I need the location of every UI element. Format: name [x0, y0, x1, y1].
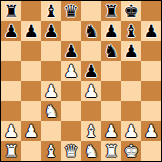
square-g1[interactable]: ♚ — [121, 141, 141, 161]
square-c1[interactable]: ♝ — [41, 141, 61, 161]
square-e5[interactable]: ♟ — [81, 61, 101, 81]
square-a1[interactable]: ♜ — [1, 141, 21, 161]
white-pawn-piece[interactable]: ♟ — [143, 121, 158, 141]
white-pawn-piece[interactable]: ♟ — [83, 81, 98, 101]
square-b2[interactable]: ♟ — [21, 121, 41, 141]
square-h7[interactable]: ♟ — [141, 21, 161, 41]
black-bishop-piece[interactable]: ♝ — [123, 21, 138, 41]
square-c5[interactable] — [41, 61, 61, 81]
square-f2[interactable]: ♟ — [101, 121, 121, 141]
square-a3[interactable] — [1, 101, 21, 121]
square-g5[interactable] — [121, 61, 141, 81]
square-a5[interactable] — [1, 61, 21, 81]
square-b5[interactable] — [21, 61, 41, 81]
square-g8[interactable]: ♚ — [121, 1, 141, 21]
black-queen-piece[interactable]: ♛ — [63, 1, 78, 21]
square-g6[interactable]: ♟ — [121, 41, 141, 61]
square-d2[interactable] — [61, 121, 81, 141]
square-h8[interactable] — [141, 1, 161, 21]
square-f5[interactable] — [101, 61, 121, 81]
black-king-piece[interactable]: ♚ — [123, 1, 138, 21]
square-h3[interactable] — [141, 101, 161, 121]
square-e2[interactable]: ♝ — [81, 121, 101, 141]
square-e6[interactable] — [81, 41, 101, 61]
square-a4[interactable] — [1, 81, 21, 101]
square-a8[interactable]: ♜ — [1, 1, 21, 21]
square-e7[interactable]: ♞ — [81, 21, 101, 41]
square-c8[interactable]: ♝ — [41, 1, 61, 21]
black-pawn-piece[interactable]: ♟ — [3, 21, 18, 41]
square-c3[interactable]: ♞ — [41, 101, 61, 121]
black-rook-piece[interactable]: ♜ — [3, 1, 18, 21]
square-d5[interactable]: ♟ — [61, 61, 81, 81]
square-h2[interactable]: ♟ — [141, 121, 161, 141]
square-c7[interactable]: ♟ — [41, 21, 61, 41]
black-rook-piece[interactable]: ♜ — [103, 1, 118, 21]
square-c2[interactable] — [41, 121, 61, 141]
white-bishop-piece[interactable]: ♝ — [83, 121, 98, 141]
square-g2[interactable]: ♟ — [121, 121, 141, 141]
white-queen-piece[interactable]: ♛ — [63, 141, 78, 161]
square-h4[interactable] — [141, 81, 161, 101]
square-f4[interactable] — [101, 81, 121, 101]
square-h6[interactable] — [141, 41, 161, 61]
square-e1[interactable]: ♞ — [81, 141, 101, 161]
square-a2[interactable]: ♟ — [1, 121, 21, 141]
white-rook-piece[interactable]: ♜ — [3, 141, 18, 161]
square-a6[interactable] — [1, 41, 21, 61]
square-c4[interactable]: ♟ — [41, 81, 61, 101]
square-c6[interactable] — [41, 41, 61, 61]
black-knight-piece[interactable]: ♞ — [83, 21, 98, 41]
square-h5[interactable] — [141, 61, 161, 81]
square-b7[interactable]: ♟ — [21, 21, 41, 41]
square-h1[interactable] — [141, 141, 161, 161]
white-pawn-piece[interactable]: ♟ — [63, 61, 78, 81]
black-pawn-piece[interactable]: ♟ — [143, 21, 158, 41]
square-b1[interactable] — [21, 141, 41, 161]
white-rook-piece[interactable]: ♜ — [103, 141, 118, 161]
square-g7[interactable]: ♝ — [121, 21, 141, 41]
square-g3[interactable] — [121, 101, 141, 121]
square-f3[interactable] — [101, 101, 121, 121]
white-pawn-piece[interactable]: ♟ — [43, 81, 58, 101]
square-g4[interactable] — [121, 81, 141, 101]
square-e4[interactable]: ♟ — [81, 81, 101, 101]
white-pawn-piece[interactable]: ♟ — [3, 121, 18, 141]
white-knight-piece[interactable]: ♞ — [43, 101, 58, 121]
black-bishop-piece[interactable]: ♝ — [43, 1, 58, 21]
square-d1[interactable]: ♛ — [61, 141, 81, 161]
square-f8[interactable]: ♜ — [101, 1, 121, 21]
black-pawn-piece[interactable]: ♟ — [83, 61, 98, 81]
square-b6[interactable] — [21, 41, 41, 61]
white-bishop-piece[interactable]: ♝ — [43, 141, 58, 161]
square-b3[interactable] — [21, 101, 41, 121]
black-pawn-piece[interactable]: ♟ — [63, 41, 78, 61]
black-pawn-piece[interactable]: ♟ — [23, 21, 38, 41]
square-d4[interactable] — [61, 81, 81, 101]
white-pawn-piece[interactable]: ♟ — [23, 121, 38, 141]
square-e3[interactable] — [81, 101, 101, 121]
white-pawn-piece[interactable]: ♟ — [123, 121, 138, 141]
chess-board: ♜♝♛♜♚♟♟♟♞♟♝♟♟♞♟♟♟♟♟♞♟♟♝♟♟♟♜♝♛♞♜♚ — [0, 0, 162, 162]
white-pawn-piece[interactable]: ♟ — [103, 121, 118, 141]
black-knight-piece[interactable]: ♞ — [103, 41, 118, 61]
square-d8[interactable]: ♛ — [61, 1, 81, 21]
square-e8[interactable] — [81, 1, 101, 21]
square-f7[interactable]: ♟ — [101, 21, 121, 41]
square-d6[interactable]: ♟ — [61, 41, 81, 61]
square-b8[interactable] — [21, 1, 41, 21]
square-b4[interactable] — [21, 81, 41, 101]
black-pawn-piece[interactable]: ♟ — [123, 41, 138, 61]
black-pawn-piece[interactable]: ♟ — [103, 21, 118, 41]
square-d3[interactable] — [61, 101, 81, 121]
square-a7[interactable]: ♟ — [1, 21, 21, 41]
black-pawn-piece[interactable]: ♟ — [43, 21, 58, 41]
square-f6[interactable]: ♞ — [101, 41, 121, 61]
square-d7[interactable] — [61, 21, 81, 41]
square-f1[interactable]: ♜ — [101, 141, 121, 161]
white-knight-piece[interactable]: ♞ — [83, 141, 98, 161]
white-king-piece[interactable]: ♚ — [123, 141, 138, 161]
